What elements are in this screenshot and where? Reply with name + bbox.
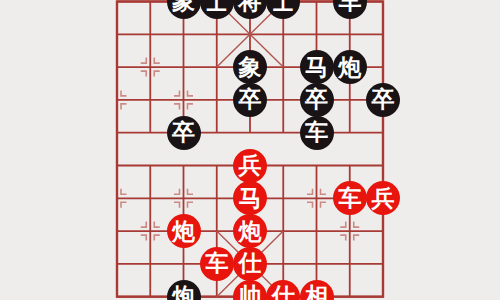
piece-red-cannon[interactable]: 炮 [167,214,201,248]
piece-black-cannon[interactable]: 炮 [333,50,367,84]
piece-black-advisor[interactable]: 士 [266,0,300,19]
piece-black-soldier[interactable]: 卒 [366,83,400,117]
piece-red-chariot[interactable]: 车 [200,247,234,281]
piece-black-elephant[interactable]: 象 [167,0,201,19]
piece-black-chariot[interactable]: 车 [300,116,334,150]
piece-black-soldier[interactable]: 卒 [233,83,267,117]
piece-red-cannon[interactable]: 炮 [233,214,267,248]
piece-red-chariot[interactable]: 车 [333,181,367,215]
piece-black-general[interactable]: 将 [233,0,267,19]
piece-red-soldier[interactable]: 兵 [366,181,400,215]
piece-black-soldier[interactable]: 卒 [167,116,201,150]
piece-black-cannon[interactable]: 炮 [167,280,201,300]
piece-black-horse[interactable]: 马 [300,50,334,84]
pieces-layer: 象士将士车象马炮卒卒卒卒车炮兵马车兵炮炮车仕帅仕相 [0,0,500,300]
xiangqi-board[interactable]: 象士将士车象马炮卒卒卒卒车炮兵马车兵炮炮车仕帅仕相 [0,0,500,300]
piece-red-advisor[interactable]: 仕 [266,280,300,300]
piece-black-chariot[interactable]: 车 [333,0,367,19]
piece-red-horse[interactable]: 马 [233,181,267,215]
xiangqi-screenshot: 象士将士车象马炮卒卒卒卒车炮兵马车兵炮炮车仕帅仕相 [0,0,500,300]
piece-black-elephant[interactable]: 象 [233,50,267,84]
piece-black-advisor[interactable]: 士 [200,0,234,19]
piece-red-general[interactable]: 帅 [233,280,267,300]
piece-red-elephant[interactable]: 相 [300,280,334,300]
piece-red-advisor[interactable]: 仕 [233,247,267,281]
piece-red-soldier[interactable]: 兵 [233,149,267,183]
piece-black-soldier[interactable]: 卒 [300,83,334,117]
